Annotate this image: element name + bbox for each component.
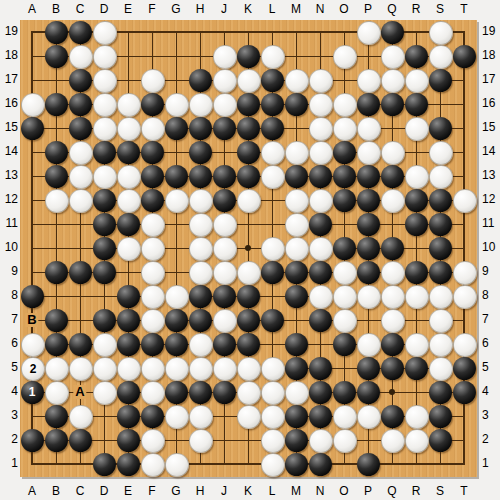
point-R17[interactable] xyxy=(404,68,428,92)
point-D12[interactable] xyxy=(92,188,116,212)
point-C3[interactable] xyxy=(68,404,92,428)
point-A8[interactable] xyxy=(20,284,44,308)
point-D5[interactable] xyxy=(92,356,116,380)
point-N17[interactable] xyxy=(308,68,332,92)
point-L15[interactable] xyxy=(260,116,284,140)
point-Q7[interactable] xyxy=(380,308,404,332)
point-B17[interactable] xyxy=(44,68,68,92)
point-G7[interactable] xyxy=(164,308,188,332)
point-O3[interactable] xyxy=(332,404,356,428)
point-E10[interactable] xyxy=(116,236,140,260)
point-F19[interactable] xyxy=(140,20,164,44)
point-D14[interactable] xyxy=(92,140,116,164)
point-E11[interactable] xyxy=(116,212,140,236)
point-R10[interactable] xyxy=(404,236,428,260)
point-J14[interactable] xyxy=(212,140,236,164)
point-N16[interactable] xyxy=(308,92,332,116)
point-N18[interactable] xyxy=(308,44,332,68)
point-F12[interactable] xyxy=(140,188,164,212)
point-G3[interactable] xyxy=(164,404,188,428)
point-K16[interactable] xyxy=(236,92,260,116)
point-H8[interactable] xyxy=(188,284,212,308)
point-B4[interactable] xyxy=(44,380,68,404)
point-J11[interactable] xyxy=(212,212,236,236)
point-H19[interactable] xyxy=(188,20,212,44)
point-R6[interactable] xyxy=(404,332,428,356)
point-A7[interactable]: B xyxy=(20,308,44,332)
point-S2[interactable] xyxy=(428,428,452,452)
point-J6[interactable] xyxy=(212,332,236,356)
point-M5[interactable] xyxy=(284,356,308,380)
point-N9[interactable] xyxy=(308,260,332,284)
point-P3[interactable] xyxy=(356,404,380,428)
point-H7[interactable] xyxy=(188,308,212,332)
point-F18[interactable] xyxy=(140,44,164,68)
point-S15[interactable] xyxy=(428,116,452,140)
point-Q6[interactable] xyxy=(380,332,404,356)
point-M19[interactable] xyxy=(284,20,308,44)
point-C1[interactable] xyxy=(68,452,92,476)
point-C14[interactable] xyxy=(68,140,92,164)
point-M18[interactable] xyxy=(284,44,308,68)
point-S19[interactable] xyxy=(428,20,452,44)
point-R19[interactable] xyxy=(404,20,428,44)
point-A2[interactable] xyxy=(20,428,44,452)
point-M1[interactable] xyxy=(284,452,308,476)
point-P10[interactable] xyxy=(356,236,380,260)
point-K8[interactable] xyxy=(236,284,260,308)
point-A17[interactable] xyxy=(20,68,44,92)
point-A11[interactable] xyxy=(20,212,44,236)
point-N15[interactable] xyxy=(308,116,332,140)
point-O5[interactable] xyxy=(332,356,356,380)
point-C18[interactable] xyxy=(68,44,92,68)
point-S5[interactable] xyxy=(428,356,452,380)
point-E15[interactable] xyxy=(116,116,140,140)
point-H14[interactable] xyxy=(188,140,212,164)
point-C8[interactable] xyxy=(68,284,92,308)
point-D11[interactable] xyxy=(92,212,116,236)
point-Q15[interactable] xyxy=(380,116,404,140)
point-P7[interactable] xyxy=(356,308,380,332)
point-F10[interactable] xyxy=(140,236,164,260)
point-B2[interactable] xyxy=(44,428,68,452)
point-N1[interactable] xyxy=(308,452,332,476)
point-A6[interactable] xyxy=(20,332,44,356)
point-B8[interactable] xyxy=(44,284,68,308)
point-L10[interactable] xyxy=(260,236,284,260)
point-H12[interactable] xyxy=(188,188,212,212)
point-F15[interactable] xyxy=(140,116,164,140)
point-O8[interactable] xyxy=(332,284,356,308)
point-L12[interactable] xyxy=(260,188,284,212)
point-B11[interactable] xyxy=(44,212,68,236)
point-P8[interactable] xyxy=(356,284,380,308)
point-L5[interactable] xyxy=(260,356,284,380)
point-T4[interactable] xyxy=(452,380,476,404)
point-T3[interactable] xyxy=(452,404,476,428)
point-M2[interactable] xyxy=(284,428,308,452)
point-K14[interactable] xyxy=(236,140,260,164)
point-E7[interactable] xyxy=(116,308,140,332)
point-P11[interactable] xyxy=(356,212,380,236)
point-Q18[interactable] xyxy=(380,44,404,68)
point-O19[interactable] xyxy=(332,20,356,44)
point-J18[interactable] xyxy=(212,44,236,68)
point-P15[interactable] xyxy=(356,116,380,140)
point-R11[interactable] xyxy=(404,212,428,236)
point-N4[interactable] xyxy=(308,380,332,404)
point-L18[interactable] xyxy=(260,44,284,68)
point-C13[interactable] xyxy=(68,164,92,188)
point-N13[interactable] xyxy=(308,164,332,188)
point-S14[interactable] xyxy=(428,140,452,164)
point-K19[interactable] xyxy=(236,20,260,44)
point-Q1[interactable] xyxy=(380,452,404,476)
point-B15[interactable] xyxy=(44,116,68,140)
point-S7[interactable] xyxy=(428,308,452,332)
point-Q3[interactable] xyxy=(380,404,404,428)
point-D4[interactable] xyxy=(92,380,116,404)
point-B14[interactable] xyxy=(44,140,68,164)
point-G16[interactable] xyxy=(164,92,188,116)
point-F13[interactable] xyxy=(140,164,164,188)
point-H5[interactable] xyxy=(188,356,212,380)
point-F4[interactable] xyxy=(140,380,164,404)
point-C19[interactable] xyxy=(68,20,92,44)
point-A5[interactable]: 2 xyxy=(20,356,44,380)
point-F7[interactable] xyxy=(140,308,164,332)
point-T17[interactable] xyxy=(452,68,476,92)
point-C7[interactable] xyxy=(68,308,92,332)
point-S6[interactable] xyxy=(428,332,452,356)
point-H9[interactable] xyxy=(188,260,212,284)
point-F1[interactable] xyxy=(140,452,164,476)
point-J10[interactable] xyxy=(212,236,236,260)
point-E18[interactable] xyxy=(116,44,140,68)
point-O18[interactable] xyxy=(332,44,356,68)
point-O17[interactable] xyxy=(332,68,356,92)
point-S8[interactable] xyxy=(428,284,452,308)
point-K9[interactable] xyxy=(236,260,260,284)
point-L14[interactable] xyxy=(260,140,284,164)
point-E3[interactable] xyxy=(116,404,140,428)
point-C5[interactable] xyxy=(68,356,92,380)
point-O12[interactable] xyxy=(332,188,356,212)
point-P6[interactable] xyxy=(356,332,380,356)
point-O14[interactable] xyxy=(332,140,356,164)
point-E8[interactable] xyxy=(116,284,140,308)
point-P16[interactable] xyxy=(356,92,380,116)
point-T9[interactable] xyxy=(452,260,476,284)
point-K2[interactable] xyxy=(236,428,260,452)
point-M10[interactable] xyxy=(284,236,308,260)
point-J16[interactable] xyxy=(212,92,236,116)
point-R3[interactable] xyxy=(404,404,428,428)
point-R9[interactable] xyxy=(404,260,428,284)
point-F5[interactable] xyxy=(140,356,164,380)
point-B10[interactable] xyxy=(44,236,68,260)
point-J2[interactable] xyxy=(212,428,236,452)
point-P5[interactable] xyxy=(356,356,380,380)
point-F11[interactable] xyxy=(140,212,164,236)
point-P14[interactable] xyxy=(356,140,380,164)
point-J5[interactable] xyxy=(212,356,236,380)
point-H6[interactable] xyxy=(188,332,212,356)
point-Q13[interactable] xyxy=(380,164,404,188)
point-S18[interactable] xyxy=(428,44,452,68)
point-E4[interactable] xyxy=(116,380,140,404)
point-D8[interactable] xyxy=(92,284,116,308)
point-D3[interactable] xyxy=(92,404,116,428)
point-Q11[interactable] xyxy=(380,212,404,236)
point-J7[interactable] xyxy=(212,308,236,332)
point-B5[interactable] xyxy=(44,356,68,380)
point-T1[interactable] xyxy=(452,452,476,476)
point-C17[interactable] xyxy=(68,68,92,92)
point-R5[interactable] xyxy=(404,356,428,380)
point-N14[interactable] xyxy=(308,140,332,164)
point-P19[interactable] xyxy=(356,20,380,44)
point-E6[interactable] xyxy=(116,332,140,356)
point-A10[interactable] xyxy=(20,236,44,260)
point-Q17[interactable] xyxy=(380,68,404,92)
point-L11[interactable] xyxy=(260,212,284,236)
point-L17[interactable] xyxy=(260,68,284,92)
point-L1[interactable] xyxy=(260,452,284,476)
point-O16[interactable] xyxy=(332,92,356,116)
point-E19[interactable] xyxy=(116,20,140,44)
point-L2[interactable] xyxy=(260,428,284,452)
point-O15[interactable] xyxy=(332,116,356,140)
point-E1[interactable] xyxy=(116,452,140,476)
point-C6[interactable] xyxy=(68,332,92,356)
point-J15[interactable] xyxy=(212,116,236,140)
point-K17[interactable] xyxy=(236,68,260,92)
point-S1[interactable] xyxy=(428,452,452,476)
point-G13[interactable] xyxy=(164,164,188,188)
point-E16[interactable] xyxy=(116,92,140,116)
point-T5[interactable] xyxy=(452,356,476,380)
point-P2[interactable] xyxy=(356,428,380,452)
point-K10[interactable] xyxy=(236,236,260,260)
point-S3[interactable] xyxy=(428,404,452,428)
point-E12[interactable] xyxy=(116,188,140,212)
point-T10[interactable] xyxy=(452,236,476,260)
point-L4[interactable] xyxy=(260,380,284,404)
point-A15[interactable] xyxy=(20,116,44,140)
point-R4[interactable] xyxy=(404,380,428,404)
point-L8[interactable] xyxy=(260,284,284,308)
point-F14[interactable] xyxy=(140,140,164,164)
point-G4[interactable] xyxy=(164,380,188,404)
point-D6[interactable] xyxy=(92,332,116,356)
point-N8[interactable] xyxy=(308,284,332,308)
point-D2[interactable] xyxy=(92,428,116,452)
point-S16[interactable] xyxy=(428,92,452,116)
point-M8[interactable] xyxy=(284,284,308,308)
point-Q19[interactable] xyxy=(380,20,404,44)
point-H1[interactable] xyxy=(188,452,212,476)
point-O6[interactable] xyxy=(332,332,356,356)
point-A12[interactable] xyxy=(20,188,44,212)
point-T14[interactable] xyxy=(452,140,476,164)
point-M4[interactable] xyxy=(284,380,308,404)
point-P12[interactable] xyxy=(356,188,380,212)
point-T12[interactable] xyxy=(452,188,476,212)
point-P1[interactable] xyxy=(356,452,380,476)
point-G2[interactable] xyxy=(164,428,188,452)
point-B18[interactable] xyxy=(44,44,68,68)
point-O1[interactable] xyxy=(332,452,356,476)
point-N19[interactable] xyxy=(308,20,332,44)
point-F16[interactable] xyxy=(140,92,164,116)
point-T8[interactable] xyxy=(452,284,476,308)
point-R16[interactable] xyxy=(404,92,428,116)
point-M7[interactable] xyxy=(284,308,308,332)
point-D15[interactable] xyxy=(92,116,116,140)
point-D17[interactable] xyxy=(92,68,116,92)
point-J3[interactable] xyxy=(212,404,236,428)
point-R15[interactable] xyxy=(404,116,428,140)
point-G15[interactable] xyxy=(164,116,188,140)
point-G6[interactable] xyxy=(164,332,188,356)
point-S11[interactable] xyxy=(428,212,452,236)
point-M11[interactable] xyxy=(284,212,308,236)
point-R14[interactable] xyxy=(404,140,428,164)
point-K11[interactable] xyxy=(236,212,260,236)
point-L9[interactable] xyxy=(260,260,284,284)
point-H3[interactable] xyxy=(188,404,212,428)
point-N11[interactable] xyxy=(308,212,332,236)
point-D18[interactable] xyxy=(92,44,116,68)
point-H4[interactable] xyxy=(188,380,212,404)
point-C12[interactable] xyxy=(68,188,92,212)
point-T13[interactable] xyxy=(452,164,476,188)
point-B13[interactable] xyxy=(44,164,68,188)
point-B7[interactable] xyxy=(44,308,68,332)
point-N2[interactable] xyxy=(308,428,332,452)
point-R8[interactable] xyxy=(404,284,428,308)
point-S13[interactable] xyxy=(428,164,452,188)
point-H15[interactable] xyxy=(188,116,212,140)
point-K18[interactable] xyxy=(236,44,260,68)
point-H17[interactable] xyxy=(188,68,212,92)
point-D1[interactable] xyxy=(92,452,116,476)
point-G8[interactable] xyxy=(164,284,188,308)
point-T11[interactable] xyxy=(452,212,476,236)
point-E13[interactable] xyxy=(116,164,140,188)
point-F9[interactable] xyxy=(140,260,164,284)
point-Q9[interactable] xyxy=(380,260,404,284)
point-K6[interactable] xyxy=(236,332,260,356)
point-G17[interactable] xyxy=(164,68,188,92)
point-R13[interactable] xyxy=(404,164,428,188)
point-G5[interactable] xyxy=(164,356,188,380)
point-Q2[interactable] xyxy=(380,428,404,452)
point-E14[interactable] xyxy=(116,140,140,164)
point-H2[interactable] xyxy=(188,428,212,452)
point-M13[interactable] xyxy=(284,164,308,188)
point-O2[interactable] xyxy=(332,428,356,452)
point-Q5[interactable] xyxy=(380,356,404,380)
point-E5[interactable] xyxy=(116,356,140,380)
point-D9[interactable] xyxy=(92,260,116,284)
point-D13[interactable] xyxy=(92,164,116,188)
point-Q4[interactable] xyxy=(380,380,404,404)
point-B9[interactable] xyxy=(44,260,68,284)
point-M16[interactable] xyxy=(284,92,308,116)
point-Q14[interactable] xyxy=(380,140,404,164)
point-K1[interactable] xyxy=(236,452,260,476)
point-J4[interactable] xyxy=(212,380,236,404)
point-D10[interactable] xyxy=(92,236,116,260)
point-T6[interactable] xyxy=(452,332,476,356)
point-L13[interactable] xyxy=(260,164,284,188)
point-J17[interactable] xyxy=(212,68,236,92)
point-M6[interactable] xyxy=(284,332,308,356)
point-J13[interactable] xyxy=(212,164,236,188)
point-N5[interactable] xyxy=(308,356,332,380)
point-G18[interactable] xyxy=(164,44,188,68)
point-S10[interactable] xyxy=(428,236,452,260)
point-S12[interactable] xyxy=(428,188,452,212)
point-C11[interactable] xyxy=(68,212,92,236)
point-L19[interactable] xyxy=(260,20,284,44)
point-D7[interactable] xyxy=(92,308,116,332)
point-C4[interactable]: A xyxy=(68,380,92,404)
point-G12[interactable] xyxy=(164,188,188,212)
point-E2[interactable] xyxy=(116,428,140,452)
point-A18[interactable] xyxy=(20,44,44,68)
point-P9[interactable] xyxy=(356,260,380,284)
point-K15[interactable] xyxy=(236,116,260,140)
point-H16[interactable] xyxy=(188,92,212,116)
point-S17[interactable] xyxy=(428,68,452,92)
point-F3[interactable] xyxy=(140,404,164,428)
point-O9[interactable] xyxy=(332,260,356,284)
point-B1[interactable] xyxy=(44,452,68,476)
point-B3[interactable] xyxy=(44,404,68,428)
point-P17[interactable] xyxy=(356,68,380,92)
point-F8[interactable] xyxy=(140,284,164,308)
point-N7[interactable] xyxy=(308,308,332,332)
point-T16[interactable] xyxy=(452,92,476,116)
point-C9[interactable] xyxy=(68,260,92,284)
point-M12[interactable] xyxy=(284,188,308,212)
point-G14[interactable] xyxy=(164,140,188,164)
point-M3[interactable] xyxy=(284,404,308,428)
point-P4[interactable] xyxy=(356,380,380,404)
point-P18[interactable] xyxy=(356,44,380,68)
point-D16[interactable] xyxy=(92,92,116,116)
point-R18[interactable] xyxy=(404,44,428,68)
point-G1[interactable] xyxy=(164,452,188,476)
point-R12[interactable] xyxy=(404,188,428,212)
point-K3[interactable] xyxy=(236,404,260,428)
point-H11[interactable] xyxy=(188,212,212,236)
point-B16[interactable] xyxy=(44,92,68,116)
point-Q8[interactable] xyxy=(380,284,404,308)
point-T19[interactable] xyxy=(452,20,476,44)
point-O7[interactable] xyxy=(332,308,356,332)
point-J9[interactable] xyxy=(212,260,236,284)
point-Q12[interactable] xyxy=(380,188,404,212)
point-J8[interactable] xyxy=(212,284,236,308)
point-S9[interactable] xyxy=(428,260,452,284)
point-C2[interactable] xyxy=(68,428,92,452)
point-C10[interactable] xyxy=(68,236,92,260)
